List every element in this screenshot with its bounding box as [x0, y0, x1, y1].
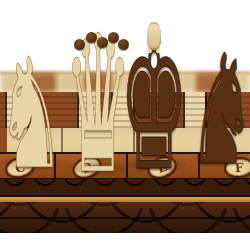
king-light-finial-icon [147, 22, 161, 50]
white-knight-piece: ♞ [2, 58, 60, 168]
queen-crown-ball-icon [97, 37, 108, 48]
queen-crown-ball-icon [86, 32, 97, 43]
black-knight-piece: ♞ [193, 54, 250, 164]
queen-crown-ball-icon [74, 39, 85, 50]
queen-crown-ball-icon [108, 32, 119, 43]
white-knight-glyph: ♞ [0, 39, 65, 191]
black-king-piece: ♚ [124, 28, 184, 168]
chess-set-photo: C D E F ♞ ♛ ♚ ♞ [0, 0, 250, 250]
black-knight-glyph: ♞ [187, 35, 250, 187]
